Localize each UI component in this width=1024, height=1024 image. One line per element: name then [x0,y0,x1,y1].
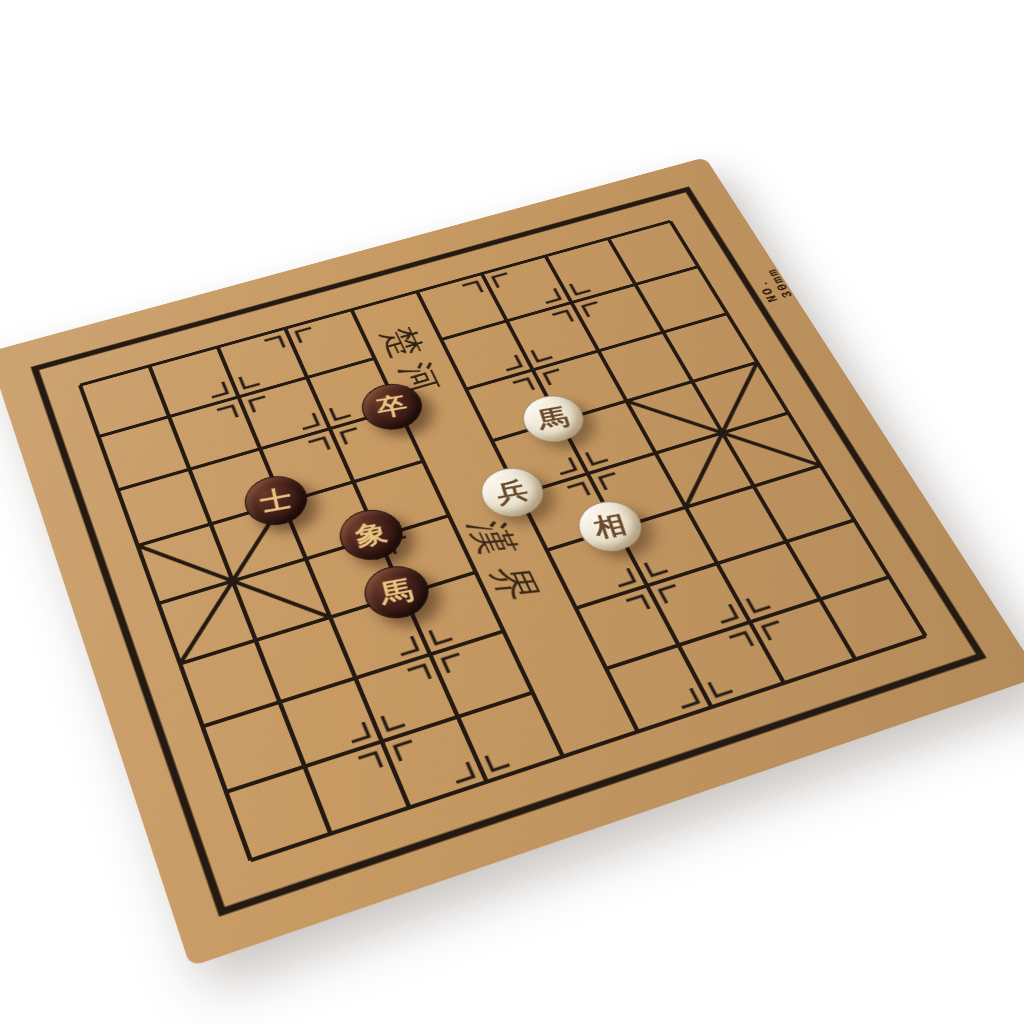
piece-glyph: 士 [258,486,294,515]
piece-glyph: 象 [353,520,390,550]
board-grid [0,157,705,352]
piece-glyph: 馬 [535,405,572,433]
piece-glyph: 馬 [378,576,416,607]
piece-glyph: 卒 [374,393,410,420]
piece-glyph: 相 [591,511,630,541]
photo-background: 楚河 漢界 NO. 30mm 卒士象馬馬兵相 [0,0,1024,1024]
piece-glyph: 兵 [493,478,530,507]
xiangqi-board-cloth: 楚河 漢界 NO. 30mm 卒士象馬馬兵相 [0,157,1024,967]
